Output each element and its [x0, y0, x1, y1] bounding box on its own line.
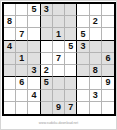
cell-r4c1[interactable]: 4 — [4, 41, 16, 53]
footer-url: www.sudoku-download.net — [27, 121, 90, 124]
cell-r5c9[interactable]: 6 — [102, 53, 114, 65]
cell-r7c8[interactable] — [90, 77, 102, 89]
cell-r6c8[interactable]: 8 — [90, 65, 102, 77]
cell-r1c5[interactable] — [53, 4, 65, 16]
cell-r9c6[interactable]: 7 — [65, 102, 77, 114]
cell-r6c9[interactable] — [102, 65, 114, 77]
sudoku-board: 53827154531763286594397 — [2, 2, 116, 116]
cell-r8c6[interactable] — [65, 90, 77, 102]
sudoku-page: 53827154531763286594397 www.sudoku-downl… — [0, 0, 117, 130]
cell-r2c1[interactable]: 8 — [4, 16, 16, 28]
cell-r1c9[interactable] — [102, 4, 114, 16]
cell-r3c7[interactable]: 5 — [77, 28, 89, 40]
cell-r2c4[interactable] — [41, 16, 53, 28]
cell-r3c8[interactable] — [90, 28, 102, 40]
cell-r2c8[interactable]: 2 — [90, 16, 102, 28]
cell-r7c6[interactable] — [65, 77, 77, 89]
cell-r3c9[interactable] — [102, 28, 114, 40]
cell-r9c8[interactable] — [90, 102, 102, 114]
cell-r9c7[interactable] — [77, 102, 89, 114]
cell-r8c7[interactable] — [77, 90, 89, 102]
cell-r1c6[interactable] — [65, 4, 77, 16]
cell-r9c1[interactable] — [4, 102, 16, 114]
cell-r9c3[interactable] — [28, 102, 40, 114]
cell-r6c1[interactable] — [4, 65, 16, 77]
cell-r5c6[interactable] — [65, 53, 77, 65]
cell-r2c3[interactable] — [28, 16, 40, 28]
cell-r6c7[interactable] — [77, 65, 89, 77]
cell-r1c4[interactable]: 3 — [41, 4, 53, 16]
cell-r7c1[interactable] — [4, 77, 16, 89]
cell-r8c8[interactable]: 3 — [90, 90, 102, 102]
cell-r9c9[interactable] — [102, 102, 114, 114]
cell-r1c1[interactable] — [4, 4, 16, 16]
cell-r5c2[interactable]: 1 — [16, 53, 28, 65]
cell-r7c4[interactable]: 5 — [41, 77, 53, 89]
cell-r6c4[interactable]: 2 — [41, 65, 53, 77]
cell-r8c9[interactable] — [102, 90, 114, 102]
cell-r3c4[interactable] — [41, 28, 53, 40]
cell-r5c4[interactable] — [41, 53, 53, 65]
cell-r4c3[interactable] — [28, 41, 40, 53]
cell-r5c3[interactable] — [28, 53, 40, 65]
cell-r5c5[interactable]: 7 — [53, 53, 65, 65]
cell-r3c1[interactable] — [4, 28, 16, 40]
cell-r7c9[interactable]: 9 — [102, 77, 114, 89]
cell-r6c2[interactable] — [16, 65, 28, 77]
cell-r4c8[interactable] — [90, 41, 102, 53]
cell-r7c2[interactable]: 6 — [16, 77, 28, 89]
cell-r4c5[interactable] — [53, 41, 65, 53]
cell-r2c9[interactable] — [102, 16, 114, 28]
cell-r6c5[interactable] — [53, 65, 65, 77]
cell-r2c7[interactable] — [77, 16, 89, 28]
cell-r2c5[interactable] — [53, 16, 65, 28]
cell-r4c9[interactable] — [102, 41, 114, 53]
cell-r7c3[interactable] — [28, 77, 40, 89]
cell-r5c1[interactable] — [4, 53, 16, 65]
cell-r3c5[interactable]: 1 — [53, 28, 65, 40]
cell-r6c6[interactable] — [65, 65, 77, 77]
cell-r3c2[interactable]: 7 — [16, 28, 28, 40]
cell-r2c2[interactable] — [16, 16, 28, 28]
cell-r9c2[interactable] — [16, 102, 28, 114]
cell-r4c6[interactable]: 5 — [65, 41, 77, 53]
cell-r9c5[interactable]: 9 — [53, 102, 65, 114]
cell-r4c2[interactable] — [16, 41, 28, 53]
cell-r8c5[interactable] — [53, 90, 65, 102]
cell-r3c3[interactable] — [28, 28, 40, 40]
cell-r8c2[interactable] — [16, 90, 28, 102]
cell-r4c4[interactable] — [41, 41, 53, 53]
cell-r8c4[interactable] — [41, 90, 53, 102]
cell-r1c8[interactable] — [90, 4, 102, 16]
cell-r9c4[interactable] — [41, 102, 53, 114]
cell-r1c7[interactable] — [77, 4, 89, 16]
cell-r8c1[interactable] — [4, 90, 16, 102]
cell-r6c3[interactable]: 3 — [28, 65, 40, 77]
cell-r2c6[interactable] — [65, 16, 77, 28]
cell-r1c2[interactable] — [16, 4, 28, 16]
cell-r1c3[interactable]: 5 — [28, 4, 40, 16]
cell-r3c6[interactable] — [65, 28, 77, 40]
cell-r8c3[interactable]: 4 — [28, 90, 40, 102]
cell-r4c7[interactable]: 3 — [77, 41, 89, 53]
cell-r7c5[interactable] — [53, 77, 65, 89]
cell-r5c7[interactable] — [77, 53, 89, 65]
cell-r7c7[interactable] — [77, 77, 89, 89]
cell-r5c8[interactable] — [90, 53, 102, 65]
